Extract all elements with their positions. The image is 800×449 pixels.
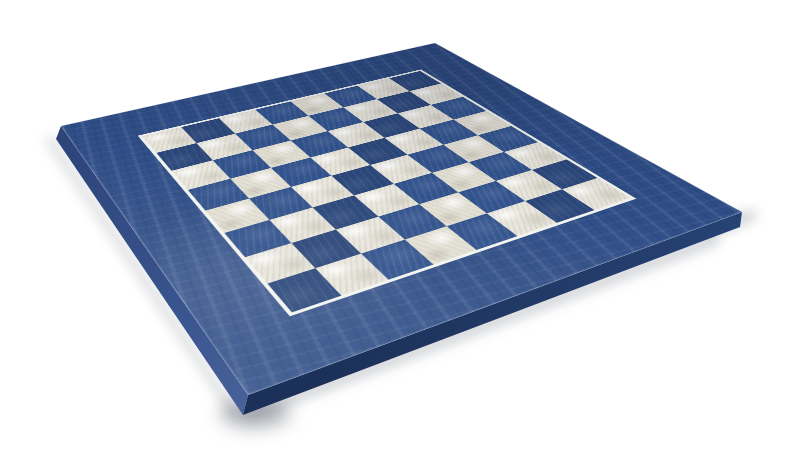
board-shadow-corner (220, 398, 290, 428)
product-photo-scene (0, 0, 800, 449)
chessboard (61, 43, 742, 395)
